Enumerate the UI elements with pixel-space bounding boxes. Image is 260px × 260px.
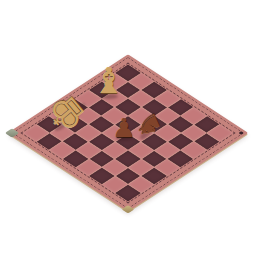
- left-corner-cap: [5, 128, 19, 137]
- right-corner-rivet: [238, 131, 244, 135]
- bottom-corner-cap: [122, 205, 135, 213]
- photo-stage: ♝ ♚ ♟ ♞: [0, 0, 260, 260]
- white-bishop-standing[interactable]: ♝: [91, 63, 127, 99]
